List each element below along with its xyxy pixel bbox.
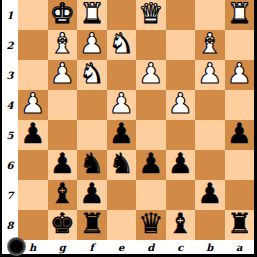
file-label-b: b xyxy=(195,240,225,254)
piece-white-pawn[interactable]: ♟ xyxy=(168,90,193,118)
file-label-a: a xyxy=(225,240,255,254)
file-label-d: d xyxy=(136,240,166,254)
piece-black-queen[interactable]: ♛ xyxy=(138,210,163,238)
square-g1[interactable]: ♚ xyxy=(48,0,78,30)
square-b6[interactable] xyxy=(195,150,225,180)
square-h5[interactable]: ♟ xyxy=(18,120,48,150)
square-f4[interactable] xyxy=(77,90,107,120)
square-d5[interactable] xyxy=(136,120,166,150)
square-a3[interactable]: ♟ xyxy=(225,60,255,90)
square-a6[interactable] xyxy=(225,150,255,180)
rank-label-5: 5 xyxy=(2,120,18,150)
square-c7[interactable] xyxy=(166,180,196,210)
chess-board-frame: 12345678 ♚♜♛♜♝♟♞♝♟♞♟♟♟♟♟♟♟♟♟♟♞♞♟♟♝♟♟♚♜♛♝… xyxy=(0,0,257,257)
piece-black-pawn[interactable]: ♟ xyxy=(197,180,222,208)
square-h1[interactable] xyxy=(18,0,48,30)
square-c5[interactable] xyxy=(166,120,196,150)
piece-black-bishop[interactable]: ♝ xyxy=(168,210,193,238)
square-c6[interactable]: ♟ xyxy=(166,150,196,180)
square-h7[interactable] xyxy=(18,180,48,210)
file-label-e: e xyxy=(107,240,137,254)
square-e2[interactable]: ♞ xyxy=(107,30,137,60)
piece-white-queen[interactable]: ♛ xyxy=(138,0,163,28)
piece-white-knight[interactable]: ♞ xyxy=(109,30,134,58)
square-g3[interactable]: ♟ xyxy=(48,60,78,90)
square-b2[interactable]: ♝ xyxy=(195,30,225,60)
rank-labels-column: 12345678 xyxy=(2,0,18,240)
square-b3[interactable]: ♟ xyxy=(195,60,225,90)
square-g6[interactable]: ♟ xyxy=(48,150,78,180)
bottom-label-strip: hgfedcba xyxy=(2,240,254,254)
piece-black-pawn[interactable]: ♟ xyxy=(138,150,163,178)
square-d6[interactable]: ♟ xyxy=(136,150,166,180)
square-e3[interactable] xyxy=(107,60,137,90)
rank-label-8: 8 xyxy=(2,210,18,240)
piece-white-pawn[interactable]: ♟ xyxy=(79,30,104,58)
piece-black-rook[interactable]: ♜ xyxy=(227,210,252,238)
square-d3[interactable]: ♟ xyxy=(136,60,166,90)
piece-white-pawn[interactable]: ♟ xyxy=(138,60,163,88)
piece-white-pawn[interactable]: ♟ xyxy=(20,90,45,118)
square-g5[interactable] xyxy=(48,120,78,150)
chess-board[interactable]: ♚♜♛♜♝♟♞♝♟♞♟♟♟♟♟♟♟♟♟♟♞♞♟♟♝♟♟♚♜♛♝♜ xyxy=(18,0,254,240)
square-e7[interactable] xyxy=(107,180,137,210)
square-h4[interactable]: ♟ xyxy=(18,90,48,120)
square-e4[interactable]: ♟ xyxy=(107,90,137,120)
square-g2[interactable]: ♝ xyxy=(48,30,78,60)
square-h6[interactable] xyxy=(18,150,48,180)
square-d4[interactable] xyxy=(136,90,166,120)
square-c2[interactable] xyxy=(166,30,196,60)
square-e1[interactable] xyxy=(107,0,137,30)
piece-black-bishop[interactable]: ♝ xyxy=(50,180,75,208)
square-c3[interactable] xyxy=(166,60,196,90)
square-f3[interactable]: ♞ xyxy=(77,60,107,90)
square-h2[interactable] xyxy=(18,30,48,60)
square-g7[interactable]: ♝ xyxy=(48,180,78,210)
square-a4[interactable] xyxy=(225,90,255,120)
piece-white-bishop[interactable]: ♝ xyxy=(50,30,75,58)
square-f1[interactable]: ♜ xyxy=(77,0,107,30)
square-b1[interactable] xyxy=(195,0,225,30)
file-label-g: g xyxy=(48,240,78,254)
square-f7[interactable]: ♟ xyxy=(77,180,107,210)
piece-white-pawn[interactable]: ♟ xyxy=(197,60,222,88)
rank-label-1: 1 xyxy=(2,0,18,30)
rank-label-3: 3 xyxy=(2,60,18,90)
piece-white-rook[interactable]: ♜ xyxy=(227,0,252,28)
square-b8[interactable] xyxy=(195,210,225,240)
square-h3[interactable] xyxy=(18,60,48,90)
file-label-h: h xyxy=(18,240,48,254)
square-g4[interactable] xyxy=(48,90,78,120)
square-b5[interactable] xyxy=(195,120,225,150)
square-a7[interactable] xyxy=(225,180,255,210)
piece-white-rook[interactable]: ♜ xyxy=(79,0,104,28)
piece-black-knight[interactable]: ♞ xyxy=(109,150,134,178)
piece-black-pawn[interactable]: ♟ xyxy=(109,120,134,148)
square-g8[interactable]: ♚ xyxy=(48,210,78,240)
file-label-f: f xyxy=(77,240,107,254)
file-label-c: c xyxy=(166,240,196,254)
square-a8[interactable]: ♜ xyxy=(225,210,255,240)
file-labels-row: hgfedcba xyxy=(18,240,254,254)
square-c8[interactable]: ♝ xyxy=(166,210,196,240)
rank-label-4: 4 xyxy=(2,90,18,120)
square-d1[interactable]: ♛ xyxy=(136,0,166,30)
piece-white-pawn[interactable]: ♟ xyxy=(50,60,75,88)
piece-black-pawn[interactable]: ♟ xyxy=(79,180,104,208)
piece-black-pawn[interactable]: ♟ xyxy=(168,150,193,178)
square-e6[interactable]: ♞ xyxy=(107,150,137,180)
piece-black-pawn[interactable]: ♟ xyxy=(20,120,45,148)
square-e8[interactable] xyxy=(107,210,137,240)
square-b7[interactable]: ♟ xyxy=(195,180,225,210)
rank-label-6: 6 xyxy=(2,150,18,180)
square-a1[interactable]: ♜ xyxy=(225,0,255,30)
piece-white-knight[interactable]: ♞ xyxy=(79,60,104,88)
square-c1[interactable] xyxy=(166,0,196,30)
piece-white-pawn[interactable]: ♟ xyxy=(227,60,252,88)
square-a2[interactable] xyxy=(225,30,255,60)
square-e5[interactable]: ♟ xyxy=(107,120,137,150)
square-h8[interactable] xyxy=(18,210,48,240)
square-f8[interactable]: ♜ xyxy=(77,210,107,240)
piece-black-pawn[interactable]: ♟ xyxy=(50,150,75,178)
square-a5[interactable]: ♟ xyxy=(225,120,255,150)
piece-black-king[interactable]: ♚ xyxy=(50,210,75,238)
square-d7[interactable] xyxy=(136,180,166,210)
piece-black-knight[interactable]: ♞ xyxy=(79,150,104,178)
square-d8[interactable]: ♛ xyxy=(136,210,166,240)
square-f2[interactable]: ♟ xyxy=(77,30,107,60)
rank-label-7: 7 xyxy=(2,180,18,210)
square-b4[interactable] xyxy=(195,90,225,120)
square-f5[interactable] xyxy=(77,120,107,150)
piece-black-rook[interactable]: ♜ xyxy=(79,210,104,238)
piece-white-bishop[interactable]: ♝ xyxy=(197,30,222,58)
piece-white-king[interactable]: ♚ xyxy=(50,0,75,28)
square-c4[interactable]: ♟ xyxy=(166,90,196,120)
rank-label-2: 2 xyxy=(2,30,18,60)
piece-white-pawn[interactable]: ♟ xyxy=(109,90,134,118)
square-d2[interactable] xyxy=(136,30,166,60)
piece-black-pawn[interactable]: ♟ xyxy=(227,120,252,148)
square-f6[interactable]: ♞ xyxy=(77,150,107,180)
